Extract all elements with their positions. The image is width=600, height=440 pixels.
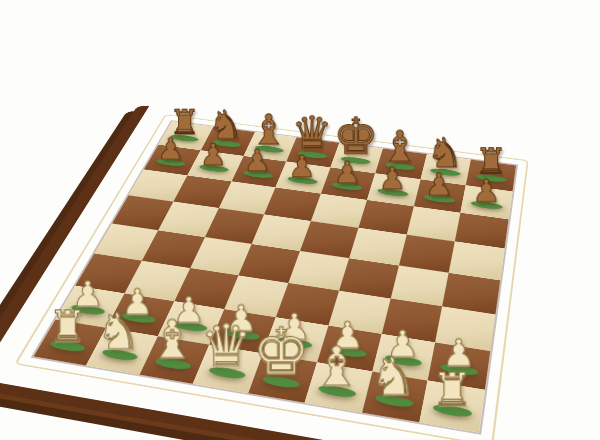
square-f6[interactable] — [358, 200, 413, 235]
black-pawn-h7[interactable]: ♟ — [446, 175, 526, 206]
square-e5[interactable] — [300, 221, 358, 258]
wooden-board: ♜♞♝♛♚♝♞♜♟♟♟♟♟♟♟♟♟♟♟♟♟♟♟♟♜♞♝♛♚♝♞♜ — [0, 101, 552, 440]
chess-board: ♜♞♝♛♚♝♞♜♟♟♟♟♟♟♟♟♟♟♟♟♟♟♟♟♜♞♝♛♚♝♞♜ — [34, 121, 517, 432]
square-b4[interactable] — [142, 230, 205, 268]
board-scene: ♜♞♝♛♚♝♞♜♟♟♟♟♟♟♟♟♟♟♟♟♟♟♟♟♜♞♝♛♚♝♞♜ — [0, 0, 600, 440]
square-f4[interactable] — [339, 258, 399, 298]
square-h7[interactable]: ♟ — [461, 185, 513, 219]
white-rook-h1[interactable]: ♜ — [402, 367, 502, 413]
product-photo-stage: ♜♞♝♛♚♝♞♜♟♟♟♟♟♟♟♟♟♟♟♟♟♟♟♟♜♞♝♛♚♝♞♜ — [0, 0, 600, 440]
square-g6[interactable] — [406, 206, 460, 242]
